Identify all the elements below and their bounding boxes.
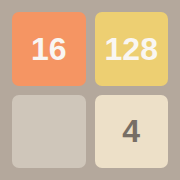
empty-cell <box>12 95 86 169</box>
tile-128: 128 <box>95 12 169 86</box>
tile-4: 4 <box>95 95 169 169</box>
2048-board[interactable]: 16 128 4 <box>0 0 180 180</box>
tile-16: 16 <box>12 12 86 86</box>
